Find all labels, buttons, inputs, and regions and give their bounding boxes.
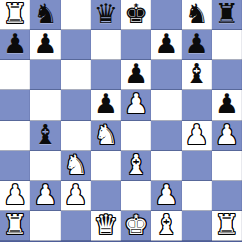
square-b2[interactable]: ♟ xyxy=(30,181,60,211)
black-knight[interactable]: ♞ xyxy=(185,0,209,29)
square-c6[interactable] xyxy=(61,60,91,90)
black-knight[interactable]: ♞ xyxy=(33,0,57,29)
black-rook[interactable]: ♜ xyxy=(215,0,239,29)
square-h8[interactable]: ♜ xyxy=(212,0,242,30)
black-bishop[interactable]: ♝ xyxy=(33,120,57,150)
white-pawn[interactable]: ♟ xyxy=(215,120,239,150)
square-f4[interactable] xyxy=(151,121,181,151)
square-d1[interactable]: ♛ xyxy=(91,211,121,241)
white-bishop[interactable]: ♝ xyxy=(124,150,148,180)
black-pawn[interactable]: ♟ xyxy=(3,29,27,59)
square-e1[interactable]: ♚ xyxy=(121,211,151,241)
square-d2[interactable] xyxy=(91,181,121,211)
white-pawn[interactable]: ♟ xyxy=(33,180,57,210)
square-e3[interactable]: ♝ xyxy=(121,151,151,181)
square-d7[interactable] xyxy=(91,30,121,60)
square-e5[interactable]: ♟ xyxy=(121,90,151,120)
square-e8[interactable]: ♚ xyxy=(121,0,151,30)
square-f6[interactable] xyxy=(151,60,181,90)
square-e6[interactable]: ♟ xyxy=(121,60,151,90)
black-pawn[interactable]: ♟ xyxy=(215,89,239,119)
square-a2[interactable]: ♟ xyxy=(0,181,30,211)
white-rook[interactable]: ♜ xyxy=(215,210,239,240)
square-g7[interactable]: ♟ xyxy=(182,30,212,60)
white-pawn[interactable]: ♟ xyxy=(3,180,27,210)
black-bishop[interactable]: ♝ xyxy=(185,59,209,89)
square-d8[interactable]: ♛ xyxy=(91,0,121,30)
square-e2[interactable] xyxy=(121,181,151,211)
square-g8[interactable]: ♞ xyxy=(182,0,212,30)
square-h4[interactable]: ♟ xyxy=(212,121,242,151)
square-d3[interactable] xyxy=(91,151,121,181)
white-rook[interactable]: ♜ xyxy=(3,0,27,29)
square-b1[interactable] xyxy=(30,211,60,241)
square-b7[interactable]: ♟ xyxy=(30,30,60,60)
square-b4[interactable]: ♝ xyxy=(30,121,60,151)
square-c5[interactable] xyxy=(61,90,91,120)
black-pawn[interactable]: ♟ xyxy=(154,29,178,59)
square-b5[interactable] xyxy=(30,90,60,120)
square-b8[interactable]: ♞ xyxy=(30,0,60,30)
square-d4[interactable]: ♞ xyxy=(91,121,121,151)
white-knight[interactable]: ♞ xyxy=(64,150,88,180)
white-rook[interactable]: ♜ xyxy=(3,210,27,240)
square-c3[interactable]: ♞ xyxy=(61,151,91,181)
square-h7[interactable] xyxy=(212,30,242,60)
black-pawn[interactable]: ♟ xyxy=(33,29,57,59)
square-a7[interactable]: ♟ xyxy=(0,30,30,60)
square-d5[interactable]: ♟ xyxy=(91,90,121,120)
square-f5[interactable] xyxy=(151,90,181,120)
square-f8[interactable] xyxy=(151,0,181,30)
square-a5[interactable] xyxy=(0,90,30,120)
square-h6[interactable] xyxy=(212,60,242,90)
square-f1[interactable]: ♝ xyxy=(151,211,181,241)
square-h5[interactable]: ♟ xyxy=(212,90,242,120)
square-e4[interactable] xyxy=(121,121,151,151)
square-h2[interactable] xyxy=(212,181,242,211)
white-pawn[interactable]: ♟ xyxy=(185,120,209,150)
white-queen[interactable]: ♛ xyxy=(94,210,118,240)
square-f3[interactable] xyxy=(151,151,181,181)
square-g4[interactable]: ♟ xyxy=(182,121,212,151)
white-pawn[interactable]: ♟ xyxy=(154,180,178,210)
square-a6[interactable] xyxy=(0,60,30,90)
square-c2[interactable]: ♟ xyxy=(61,181,91,211)
black-pawn[interactable]: ♟ xyxy=(94,89,118,119)
black-pawn[interactable]: ♟ xyxy=(185,29,209,59)
square-d6[interactable] xyxy=(91,60,121,90)
white-king[interactable]: ♚ xyxy=(124,210,148,240)
black-pawn[interactable]: ♟ xyxy=(124,59,148,89)
square-f2[interactable]: ♟ xyxy=(151,181,181,211)
black-queen[interactable]: ♛ xyxy=(94,0,118,29)
chess-board: ♜♞♛♚♞♜♟♟♟♟♟♝♟♟♟♝♞♟♟♞♝♟♟♟♟♜♛♚♝♜ xyxy=(0,0,242,242)
white-pawn[interactable]: ♟ xyxy=(124,89,148,119)
square-c1[interactable] xyxy=(61,211,91,241)
square-c7[interactable] xyxy=(61,30,91,60)
square-a4[interactable] xyxy=(0,121,30,151)
square-g5[interactable] xyxy=(182,90,212,120)
square-g2[interactable] xyxy=(182,181,212,211)
square-b3[interactable] xyxy=(30,151,60,181)
square-g1[interactable] xyxy=(182,211,212,241)
square-c8[interactable] xyxy=(61,0,91,30)
square-g3[interactable] xyxy=(182,151,212,181)
square-b6[interactable] xyxy=(30,60,60,90)
black-king[interactable]: ♚ xyxy=(124,0,148,29)
square-c4[interactable] xyxy=(61,121,91,151)
square-a3[interactable] xyxy=(0,151,30,181)
square-h1[interactable]: ♜ xyxy=(212,211,242,241)
square-a8[interactable]: ♜ xyxy=(0,0,30,30)
square-e7[interactable] xyxy=(121,30,151,60)
square-a1[interactable]: ♜ xyxy=(0,211,30,241)
square-h3[interactable] xyxy=(212,151,242,181)
white-pawn[interactable]: ♟ xyxy=(64,180,88,210)
square-f7[interactable]: ♟ xyxy=(151,30,181,60)
white-knight[interactable]: ♞ xyxy=(94,120,118,150)
square-g6[interactable]: ♝ xyxy=(182,60,212,90)
white-bishop[interactable]: ♝ xyxy=(154,210,178,240)
